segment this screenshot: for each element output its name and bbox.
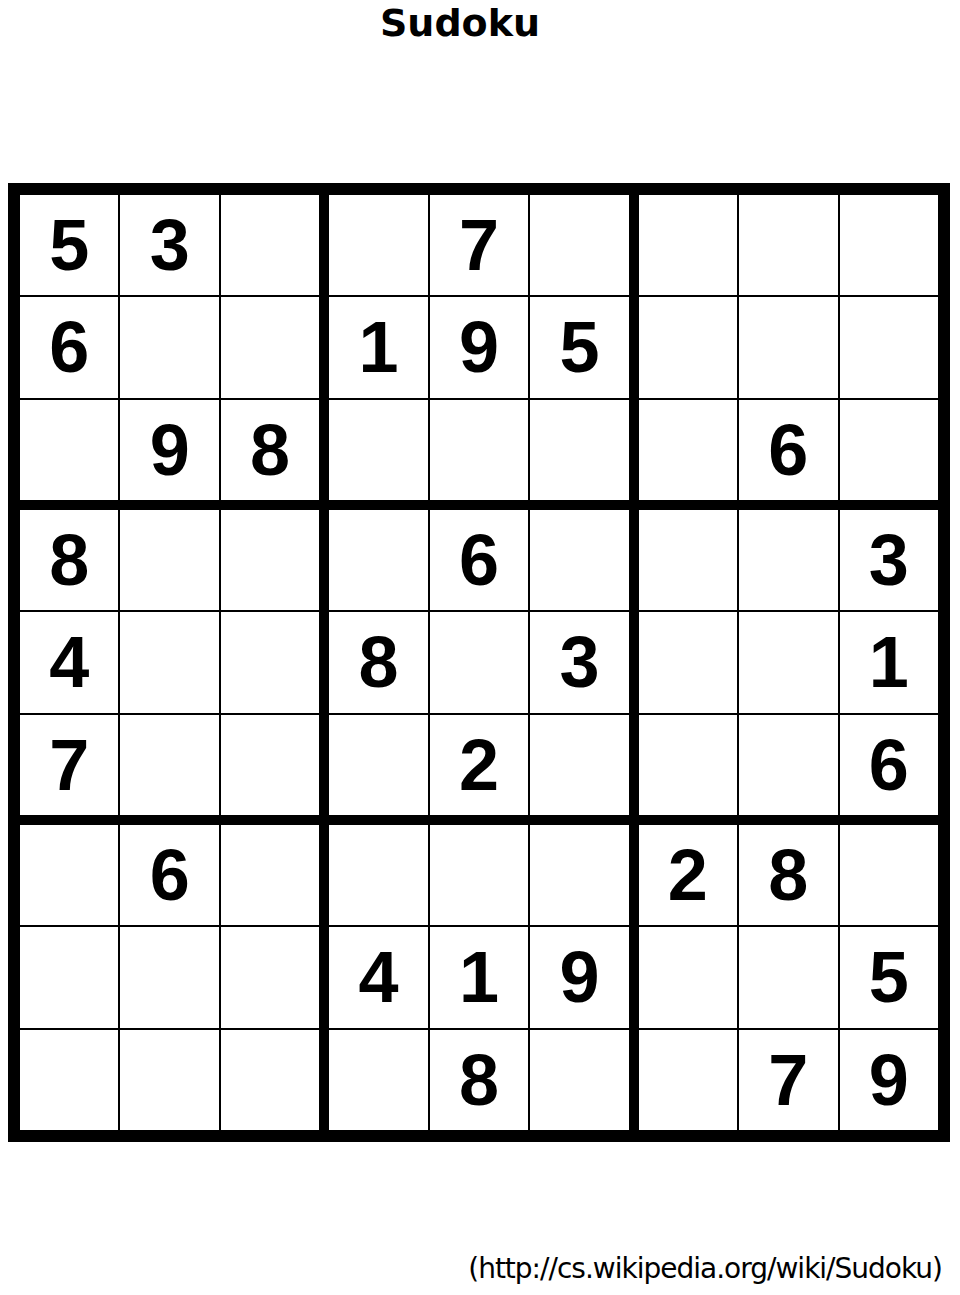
sudoku-cell-r4c7[interactable] <box>639 510 737 610</box>
sudoku-cell-r6c2[interactable] <box>120 715 218 815</box>
sudoku-cell-r5c5[interactable] <box>430 612 528 712</box>
sudoku-box-1-2: 7195 <box>329 195 628 500</box>
sudoku-cell-r9c7[interactable] <box>639 1030 737 1130</box>
sudoku-cell-r4c9[interactable]: 3 <box>840 510 938 610</box>
sudoku-cell-r1c7[interactable] <box>639 195 737 295</box>
sudoku-cell-r1c5[interactable]: 7 <box>430 195 528 295</box>
sudoku-cell-r4c5[interactable]: 6 <box>430 510 528 610</box>
sudoku-box-2-1: 847 <box>20 510 319 815</box>
sudoku-cell-r1c4[interactable] <box>329 195 427 295</box>
sudoku-cell-r1c6[interactable] <box>530 195 628 295</box>
sudoku-cell-r9c2[interactable] <box>120 1030 218 1130</box>
sudoku-cell-r8c5[interactable]: 1 <box>430 927 528 1027</box>
sudoku-cell-r1c2[interactable]: 3 <box>120 195 218 295</box>
sudoku-cell-r2c1[interactable]: 6 <box>20 297 118 397</box>
sudoku-cell-r2c4[interactable]: 1 <box>329 297 427 397</box>
sudoku-cell-r2c5[interactable]: 9 <box>430 297 528 397</box>
sudoku-cell-r5c3[interactable] <box>221 612 319 712</box>
sudoku-cell-r7c2[interactable]: 6 <box>120 825 218 925</box>
sudoku-cell-r4c8[interactable] <box>739 510 837 610</box>
sudoku-cell-r7c7[interactable]: 2 <box>639 825 737 925</box>
sudoku-cell-r5c2[interactable] <box>120 612 218 712</box>
sudoku-box-2-2: 6832 <box>329 510 628 815</box>
sudoku-cell-r4c3[interactable] <box>221 510 319 610</box>
sudoku-box-3-2: 4198 <box>329 825 628 1130</box>
sudoku-cell-r7c9[interactable] <box>840 825 938 925</box>
sudoku-cell-r1c8[interactable] <box>739 195 837 295</box>
sudoku-board: 536987195684768323166419828579 <box>8 183 950 1142</box>
sudoku-cell-r3c4[interactable] <box>329 400 427 500</box>
sudoku-cell-r1c3[interactable] <box>221 195 319 295</box>
sudoku-cell-r6c6[interactable] <box>530 715 628 815</box>
sudoku-cell-r2c9[interactable] <box>840 297 938 397</box>
sudoku-cell-r2c6[interactable]: 5 <box>530 297 628 397</box>
sudoku-cell-r3c8[interactable]: 6 <box>739 400 837 500</box>
sudoku-cell-r8c2[interactable] <box>120 927 218 1027</box>
sudoku-cell-r9c1[interactable] <box>20 1030 118 1130</box>
sudoku-cell-r2c8[interactable] <box>739 297 837 397</box>
sudoku-box-1-1: 53698 <box>20 195 319 500</box>
sudoku-cell-r6c8[interactable] <box>739 715 837 815</box>
sudoku-cell-r4c4[interactable] <box>329 510 427 610</box>
sudoku-cell-r3c2[interactable]: 9 <box>120 400 218 500</box>
sudoku-cell-r8c1[interactable] <box>20 927 118 1027</box>
sudoku-cell-r5c1[interactable]: 4 <box>20 612 118 712</box>
sudoku-cell-r6c5[interactable]: 2 <box>430 715 528 815</box>
sudoku-cell-r7c3[interactable] <box>221 825 319 925</box>
sudoku-cell-r4c1[interactable]: 8 <box>20 510 118 610</box>
sudoku-box-3-1: 6 <box>20 825 319 1130</box>
sudoku-cell-r8c9[interactable]: 5 <box>840 927 938 1027</box>
sudoku-cell-r5c7[interactable] <box>639 612 737 712</box>
sudoku-cell-r8c3[interactable] <box>221 927 319 1027</box>
source-caption: (http://cs.wikipedia.org/wiki/Sudoku) <box>468 1252 942 1285</box>
sudoku-cell-r9c5[interactable]: 8 <box>430 1030 528 1130</box>
sudoku-cell-r9c4[interactable] <box>329 1030 427 1130</box>
sudoku-cell-r4c2[interactable] <box>120 510 218 610</box>
sudoku-cell-r5c6[interactable]: 3 <box>530 612 628 712</box>
sudoku-cell-r2c3[interactable] <box>221 297 319 397</box>
sudoku-cell-r9c6[interactable] <box>530 1030 628 1130</box>
sudoku-cell-r6c4[interactable] <box>329 715 427 815</box>
page-title: Sudoku <box>0 0 920 46</box>
sudoku-box-1-3: 6 <box>639 195 938 500</box>
sudoku-cell-r3c3[interactable]: 8 <box>221 400 319 500</box>
sudoku-cell-r7c1[interactable] <box>20 825 118 925</box>
sudoku-cell-r8c8[interactable] <box>739 927 837 1027</box>
sudoku-cell-r9c9[interactable]: 9 <box>840 1030 938 1130</box>
sudoku-cell-r8c6[interactable]: 9 <box>530 927 628 1027</box>
sudoku-cell-r8c4[interactable]: 4 <box>329 927 427 1027</box>
sudoku-cell-r7c5[interactable] <box>430 825 528 925</box>
sudoku-box-2-3: 316 <box>639 510 938 815</box>
sudoku-cell-r7c8[interactable]: 8 <box>739 825 837 925</box>
sudoku-cell-r9c3[interactable] <box>221 1030 319 1130</box>
sudoku-cell-r5c4[interactable]: 8 <box>329 612 427 712</box>
sudoku-cell-r3c9[interactable] <box>840 400 938 500</box>
sudoku-cell-r6c9[interactable]: 6 <box>840 715 938 815</box>
sudoku-cell-r2c2[interactable] <box>120 297 218 397</box>
sudoku-cell-r6c7[interactable] <box>639 715 737 815</box>
sudoku-box-3-3: 28579 <box>639 825 938 1130</box>
sudoku-cell-r7c4[interactable] <box>329 825 427 925</box>
sudoku-cell-r6c1[interactable]: 7 <box>20 715 118 815</box>
sudoku-cell-r5c8[interactable] <box>739 612 837 712</box>
sudoku-cell-r1c1[interactable]: 5 <box>20 195 118 295</box>
sudoku-cell-r9c8[interactable]: 7 <box>739 1030 837 1130</box>
sudoku-cell-r6c3[interactable] <box>221 715 319 815</box>
sudoku-cell-r4c6[interactable] <box>530 510 628 610</box>
sudoku-cell-r2c7[interactable] <box>639 297 737 397</box>
sudoku-cell-r3c5[interactable] <box>430 400 528 500</box>
sudoku-cell-r3c7[interactable] <box>639 400 737 500</box>
sudoku-cell-r8c7[interactable] <box>639 927 737 1027</box>
sudoku-cell-r1c9[interactable] <box>840 195 938 295</box>
sudoku-cell-r7c6[interactable] <box>530 825 628 925</box>
sudoku-cell-r5c9[interactable]: 1 <box>840 612 938 712</box>
sudoku-cell-r3c6[interactable] <box>530 400 628 500</box>
sudoku-cell-r3c1[interactable] <box>20 400 118 500</box>
